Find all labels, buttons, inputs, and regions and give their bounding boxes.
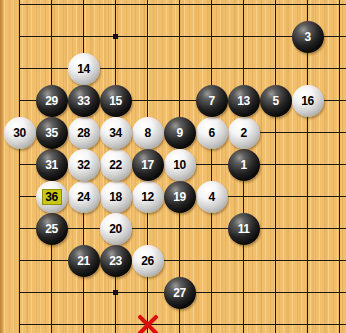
stone-black-3[interactable]: 3 <box>292 21 324 53</box>
grid-line-horizontal <box>19 228 346 229</box>
stone-black-21[interactable]: 21 <box>68 245 100 277</box>
stone-number-label: 19 <box>173 191 185 203</box>
grid-line-vertical <box>275 0 276 333</box>
stone-black-11[interactable]: 11 <box>228 213 260 245</box>
stone-white-24[interactable]: 24 <box>68 181 100 213</box>
stone-black-5[interactable]: 5 <box>260 85 292 117</box>
stone-number-label: 36 <box>45 191 57 203</box>
stone-number-label: 31 <box>45 159 57 171</box>
stone-number-label: 27 <box>173 287 185 299</box>
stone-number-label: 11 <box>238 223 250 235</box>
stone-number-label: 17 <box>141 159 153 171</box>
stone-number-label: 34 <box>109 127 121 139</box>
stone-number-label: 7 <box>208 95 214 107</box>
stone-black-29[interactable]: 29 <box>36 85 68 117</box>
stone-black-27[interactable]: 27 <box>164 277 196 309</box>
stone-number-label: 33 <box>77 95 89 107</box>
stone-number-label: 15 <box>109 95 121 107</box>
stone-number-label: 1 <box>240 159 246 171</box>
stone-black-15[interactable]: 15 <box>100 85 132 117</box>
stone-number-label: 9 <box>176 127 182 139</box>
stone-number-label: 4 <box>208 191 214 203</box>
stone-number-label: 35 <box>45 127 57 139</box>
stone-number-label: 8 <box>144 127 150 139</box>
grid-line-horizontal <box>19 4 346 5</box>
stone-number-label: 2 <box>240 127 246 139</box>
grid-line-horizontal <box>19 324 346 325</box>
stone-number-label: 18 <box>109 191 121 203</box>
stone-white-14[interactable]: 14 <box>68 53 100 85</box>
stone-number-label: 14 <box>77 63 89 75</box>
stone-black-13[interactable]: 13 <box>228 85 260 117</box>
stone-white-10[interactable]: 10 <box>164 149 196 181</box>
stone-black-19[interactable]: 19 <box>164 181 196 213</box>
stone-number-label: 26 <box>141 255 153 267</box>
stone-white-12[interactable]: 12 <box>132 181 164 213</box>
stone-white-22[interactable]: 22 <box>100 149 132 181</box>
stone-number-label: 6 <box>208 127 214 139</box>
stone-white-16[interactable]: 16 <box>292 85 324 117</box>
grid-line-vertical <box>19 0 20 333</box>
stone-number-label: 29 <box>45 95 57 107</box>
stone-black-9[interactable]: 9 <box>164 117 196 149</box>
stone-white-2[interactable]: 2 <box>228 117 260 149</box>
star-point <box>113 290 118 295</box>
stone-black-31[interactable]: 31 <box>36 149 68 181</box>
star-point <box>113 34 118 39</box>
stone-number-label: 5 <box>272 95 278 107</box>
stone-number-label: 23 <box>109 255 121 267</box>
stone-number-label: 28 <box>77 127 89 139</box>
grid-line-vertical <box>339 0 340 333</box>
stone-number-label: 22 <box>109 159 121 171</box>
stone-white-6[interactable]: 6 <box>196 117 228 149</box>
stone-number-label: 30 <box>13 127 25 139</box>
stone-white-8[interactable]: 8 <box>132 117 164 149</box>
go-board[interactable]: 1234567891011121314151617181920212223242… <box>0 0 346 333</box>
stone-black-33[interactable]: 33 <box>68 85 100 117</box>
stone-white-4[interactable]: 4 <box>196 181 228 213</box>
stone-number-label: 20 <box>109 223 121 235</box>
stone-white-28[interactable]: 28 <box>68 117 100 149</box>
stone-black-1[interactable]: 1 <box>228 149 260 181</box>
stone-white-26[interactable]: 26 <box>132 245 164 277</box>
stone-number-label: 13 <box>237 95 249 107</box>
stone-number-label: 10 <box>173 159 185 171</box>
stone-white-32[interactable]: 32 <box>68 149 100 181</box>
stone-number-label: 3 <box>304 31 310 43</box>
stone-white-36[interactable]: 36 <box>36 181 68 213</box>
grid-line-vertical <box>211 0 212 333</box>
board-left-edge <box>0 0 4 333</box>
stone-white-18[interactable]: 18 <box>100 181 132 213</box>
stone-black-7[interactable]: 7 <box>196 85 228 117</box>
stone-number-label: 16 <box>301 95 313 107</box>
stone-black-25[interactable]: 25 <box>36 213 68 245</box>
stone-number-label: 24 <box>77 191 89 203</box>
stone-black-17[interactable]: 17 <box>132 149 164 181</box>
stone-number-label: 32 <box>77 159 89 171</box>
stone-number-label: 21 <box>77 255 89 267</box>
stone-black-35[interactable]: 35 <box>36 117 68 149</box>
stone-black-23[interactable]: 23 <box>100 245 132 277</box>
stone-number-label: 25 <box>45 223 57 235</box>
stone-white-30[interactable]: 30 <box>4 117 36 149</box>
stone-number-label: 12 <box>141 191 153 203</box>
stone-white-34[interactable]: 34 <box>100 117 132 149</box>
stone-white-20[interactable]: 20 <box>100 213 132 245</box>
